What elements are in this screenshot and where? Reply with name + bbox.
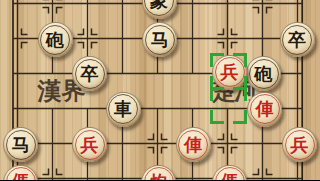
piece-black-soldier[interactable]: 卒 (72, 56, 107, 91)
piece-glyph: 俥 (256, 100, 274, 118)
piece-black-horse[interactable]: 马 (142, 22, 177, 57)
piece-red-soldier[interactable]: 兵 (72, 127, 107, 162)
piece-glyph: 俥 (184, 136, 202, 154)
piece-red-horse[interactable]: 傌 (212, 165, 247, 181)
piece-black-cannon[interactable]: 砲 (38, 22, 73, 57)
bracket-corner (210, 87, 224, 101)
piece-black-cannon[interactable]: 砲 (246, 56, 281, 91)
piece-glyph: 砲 (255, 65, 273, 83)
piece-glyph: 傌 (12, 173, 30, 180)
piece-glyph: 兵 (291, 136, 309, 154)
pieces-layer: 象砲马卒卒砲車马兵俥兵俥兵傌炮傌 (0, 0, 320, 180)
move-from-marker (210, 87, 247, 124)
bracket-corner (233, 53, 247, 67)
piece-black-soldier[interactable]: 卒 (280, 22, 315, 57)
piece-red-cannon[interactable]: 炮 (141, 165, 176, 181)
bracket-corner (233, 87, 247, 101)
piece-red-soldier[interactable]: 兵 (282, 127, 317, 162)
piece-glyph: 兵 (81, 136, 99, 154)
piece-glyph: 马 (151, 31, 169, 49)
piece-red-chariot[interactable]: 俥 (176, 127, 211, 162)
xiangqi-board[interactable]: 漢界 楚河 象砲马卒卒砲車马兵俥兵俥兵傌炮傌 (0, 0, 320, 180)
piece-black-elephant[interactable]: 象 (142, 0, 177, 19)
piece-glyph: 傌 (221, 173, 239, 180)
bracket-corner (233, 110, 247, 124)
piece-glyph: 象 (150, 0, 168, 10)
piece-black-chariot[interactable]: 車 (106, 92, 141, 127)
move-to-marker (210, 53, 247, 90)
piece-red-horse[interactable]: 傌 (3, 165, 38, 181)
piece-glyph: 砲 (46, 31, 64, 49)
piece-black-horse[interactable]: 马 (3, 127, 38, 162)
piece-glyph: 卒 (81, 65, 99, 83)
bracket-corner (210, 53, 224, 67)
piece-glyph: 马 (12, 136, 30, 154)
piece-glyph: 卒 (288, 31, 306, 49)
bracket-corner (210, 110, 224, 124)
piece-glyph: 車 (114, 100, 132, 118)
piece-glyph: 炮 (150, 173, 168, 180)
piece-red-chariot[interactable]: 俥 (247, 92, 282, 127)
